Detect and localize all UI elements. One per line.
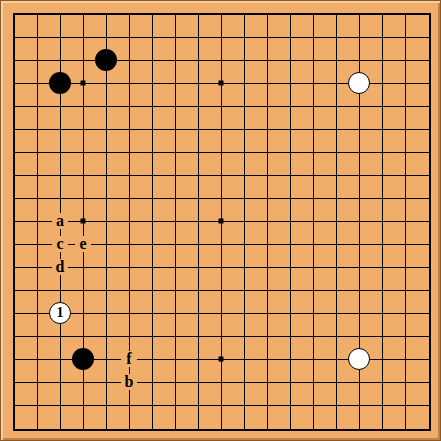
point-label-d: d [52, 259, 68, 275]
move-number: 1 [57, 306, 64, 320]
point-label-b: b [121, 374, 137, 390]
white-stone [348, 72, 370, 94]
star-point [219, 219, 224, 224]
black-stone [72, 348, 94, 370]
go-board: acedfb1 [0, 0, 441, 441]
star-point [219, 357, 224, 362]
black-stone [49, 72, 71, 94]
board-overlay: acedfb1 [1, 1, 440, 440]
black-stone [95, 49, 117, 71]
star-point [81, 219, 86, 224]
white-stone [348, 348, 370, 370]
point-label-a: a [52, 213, 68, 229]
star-point [219, 81, 224, 86]
point-label-c: c [52, 236, 68, 252]
point-label-f: f [121, 351, 137, 367]
white-stone: 1 [49, 302, 71, 324]
point-label-e: e [75, 236, 91, 252]
star-point [81, 81, 86, 86]
